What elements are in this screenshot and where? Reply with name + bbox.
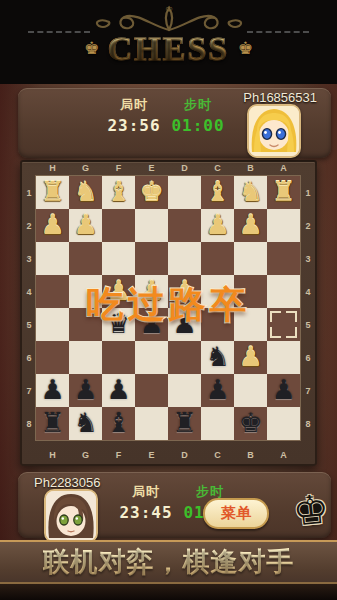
square-g6[interactable]	[69, 341, 102, 374]
black-knight-c6: ♞	[201, 341, 234, 374]
white-pawn-c2: ♟	[201, 209, 234, 242]
square-g7[interactable]: ♟	[69, 374, 102, 407]
square-b3[interactable]	[234, 242, 267, 275]
black-pawn-h7: ♟	[36, 374, 69, 407]
black-rook-d8: ♜	[168, 407, 201, 440]
square-g8[interactable]: ♞	[69, 407, 102, 440]
black-pawn-f7: ♟	[102, 374, 135, 407]
file-label-a: A	[267, 163, 300, 175]
square-c2[interactable]: ♟	[201, 209, 234, 242]
square-c7[interactable]: ♟	[201, 374, 234, 407]
square-h3[interactable]	[36, 242, 69, 275]
square-d2[interactable]	[168, 209, 201, 242]
black-pawn-a7: ♟	[267, 374, 300, 407]
file-label-e: E	[135, 163, 168, 175]
rank-label-8: 8	[23, 407, 35, 440]
square-e8[interactable]	[135, 407, 168, 440]
square-e2[interactable]	[135, 209, 168, 242]
square-b1[interactable]: ♞	[234, 176, 267, 209]
white-knight-b1: ♞	[234, 176, 267, 209]
promo-banner[interactable]: 联机对弈，棋逢对手	[0, 540, 337, 584]
square-a8[interactable]	[267, 407, 300, 440]
brunette-avatar-image	[46, 491, 96, 541]
file-labels-bottom: HGFEDCBA	[36, 450, 300, 462]
file-label-g: G	[69, 163, 102, 175]
square-h7[interactable]: ♟	[36, 374, 69, 407]
black-knight-g8: ♞	[69, 407, 102, 440]
top-game-time-label: 局时	[102, 96, 166, 114]
blonde-avatar-image	[249, 106, 299, 156]
file-label-d: D	[168, 163, 201, 175]
file-label-c: C	[201, 450, 234, 462]
file-label-h: H	[36, 450, 69, 462]
file-label-f: F	[102, 163, 135, 175]
bottom-player-avatar[interactable]	[44, 489, 98, 543]
square-c1[interactable]: ♝	[201, 176, 234, 209]
file-label-e: E	[135, 450, 168, 462]
square-f8[interactable]: ♝	[102, 407, 135, 440]
rank-label-6: 6	[23, 341, 35, 374]
square-f3[interactable]	[102, 242, 135, 275]
top-move-timer: 步时 01:00	[166, 96, 230, 135]
top-player-panel: 局时 23:56 步时 01:00 Ph16856531	[18, 88, 331, 158]
file-label-a: A	[267, 450, 300, 462]
square-e3[interactable]	[135, 242, 168, 275]
crown-left-icon: ♚	[84, 38, 99, 58]
file-label-g: G	[69, 450, 102, 462]
square-d7[interactable]	[168, 374, 201, 407]
square-c8[interactable]	[201, 407, 234, 440]
file-label-b: B	[234, 450, 267, 462]
square-b8[interactable]: ♚	[234, 407, 267, 440]
file-label-b: B	[234, 163, 267, 175]
bottom-player-panel: Ph2283056 局时 23:45 步时 01:00 菜单 ♚	[18, 472, 331, 538]
rank-label-7: 7	[23, 374, 35, 407]
black-pawn-c7: ♟	[201, 374, 234, 407]
black-king-b8: ♚	[234, 407, 267, 440]
white-bishop-f1: ♝	[102, 176, 135, 209]
square-e7[interactable]	[135, 374, 168, 407]
app-screen: ♔ ♚ CHESS ♚ 局时 23:56 步时 01:00 Ph16856531	[0, 0, 337, 600]
white-knight-g1: ♞	[69, 176, 102, 209]
file-label-c: C	[201, 163, 234, 175]
file-labels-top: HGFEDCBA	[36, 163, 300, 175]
square-b2[interactable]: ♟	[234, 209, 267, 242]
square-a7[interactable]: ♟	[267, 374, 300, 407]
top-player-name: Ph16856531	[243, 90, 317, 105]
square-f2[interactable]	[102, 209, 135, 242]
file-label-d: D	[168, 450, 201, 462]
square-d6[interactable]	[168, 341, 201, 374]
rank-label-2: 2	[23, 209, 35, 242]
square-a6[interactable]	[267, 341, 300, 374]
promo-banner-text: 联机对弈，棋逢对手	[43, 544, 295, 580]
rank-label-1: 1	[302, 176, 314, 209]
square-e6[interactable]	[135, 341, 168, 374]
square-e1[interactable]: ♚	[135, 176, 168, 209]
bottom-game-time-value: 23:45	[119, 503, 172, 522]
square-g2[interactable]: ♟	[69, 209, 102, 242]
black-rook-h8: ♜	[36, 407, 69, 440]
square-h2[interactable]: ♟	[36, 209, 69, 242]
top-player-avatar[interactable]	[247, 104, 301, 158]
top-move-time-label: 步时	[166, 96, 230, 114]
white-rook-h1: ♜	[36, 176, 69, 209]
rank-label-7: 7	[302, 374, 314, 407]
logo-title-row: ♚ CHESS ♚	[0, 30, 337, 68]
square-d8[interactable]: ♜	[168, 407, 201, 440]
square-c6[interactable]: ♞	[201, 341, 234, 374]
rank-label-1: 1	[23, 176, 35, 209]
square-g3[interactable]	[69, 242, 102, 275]
rank-label-6: 6	[302, 341, 314, 374]
menu-button[interactable]: 菜单	[203, 498, 269, 529]
square-d3[interactable]	[168, 242, 201, 275]
top-move-time-value: 01:00	[171, 116, 224, 135]
rank-label-2: 2	[302, 209, 314, 242]
square-a2[interactable]	[267, 209, 300, 242]
bottom-strip	[0, 584, 337, 600]
square-d1[interactable]	[168, 176, 201, 209]
square-c3[interactable]	[201, 242, 234, 275]
white-pawn-b2: ♟	[234, 209, 267, 242]
square-h6[interactable]	[36, 341, 69, 374]
square-f6[interactable]	[102, 341, 135, 374]
black-pawn-g7: ♟	[69, 374, 102, 407]
square-h8[interactable]: ♜	[36, 407, 69, 440]
square-b6[interactable]: ♟	[234, 341, 267, 374]
square-a1[interactable]: ♜	[267, 176, 300, 209]
rank-label-3: 3	[302, 242, 314, 275]
top-game-timer: 局时 23:56	[102, 96, 166, 135]
white-pawn-b6: ♟	[234, 341, 267, 374]
black-bishop-f8: ♝	[102, 407, 135, 440]
flourish-crown-icon: ♔	[164, 4, 172, 14]
white-rook-a1: ♜	[267, 176, 300, 209]
file-label-h: H	[36, 163, 69, 175]
square-b7[interactable]	[234, 374, 267, 407]
app-title: CHESS	[104, 30, 234, 67]
bottom-player-name: Ph2283056	[34, 475, 101, 490]
black-crown-icon: ♚	[291, 488, 331, 532]
white-pawn-g2: ♟	[69, 209, 102, 242]
square-f1[interactable]: ♝	[102, 176, 135, 209]
crown-right-icon: ♚	[238, 38, 253, 58]
square-h1[interactable]: ♜	[36, 176, 69, 209]
square-g1[interactable]: ♞	[69, 176, 102, 209]
rank-label-8: 8	[302, 407, 314, 440]
top-game-time-value: 23:56	[107, 116, 160, 135]
file-label-f: F	[102, 450, 135, 462]
bottom-game-time-label: 局时	[114, 483, 178, 501]
logo-area: ♔ ♚ CHESS ♚	[0, 0, 337, 86]
square-a3[interactable]	[267, 242, 300, 275]
white-pawn-h2: ♟	[36, 209, 69, 242]
rank-label-3: 3	[23, 242, 35, 275]
en-passant-toast: 吃过路卒	[0, 280, 337, 330]
white-king-e1: ♚	[135, 176, 168, 209]
square-f7[interactable]: ♟	[102, 374, 135, 407]
white-bishop-c1: ♝	[201, 176, 234, 209]
bottom-game-timer: 局时 23:45	[114, 483, 178, 522]
